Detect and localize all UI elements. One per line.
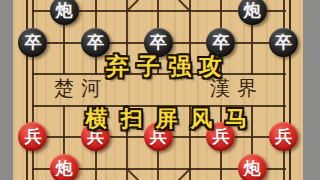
letterbox-left <box>0 0 6 180</box>
piece-red-cannon[interactable]: 炮 <box>50 154 79 180</box>
board-grid: 炮炮卒卒卒卒卒兵兵兵兵兵炮炮 <box>17 0 299 180</box>
piece-black-cannon[interactable]: 炮 <box>50 0 79 25</box>
caption-line1: 弃子强攻 <box>0 51 320 82</box>
letterbox-right <box>314 0 320 180</box>
video-frame: 楚河 漢界 炮炮卒卒卒卒卒兵兵兵兵兵炮炮 弃子强攻 横扫屏风马 <box>0 0 320 180</box>
piece-red-cannon[interactable]: 炮 <box>238 154 267 180</box>
piece-black-cannon[interactable]: 炮 <box>238 0 267 25</box>
caption-line2: 横扫屏风马 <box>0 104 320 134</box>
